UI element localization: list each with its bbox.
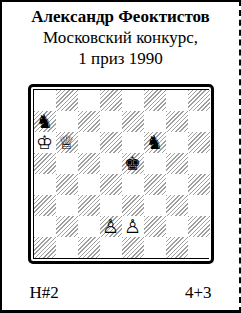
square-h6 — [188, 132, 210, 153]
square-c8 — [78, 90, 100, 111]
white-pawn: ♙ — [102, 216, 119, 237]
square-h4 — [188, 174, 210, 195]
square-f8 — [144, 90, 166, 111]
square-a5 — [34, 153, 56, 174]
black-knight: ♞ — [36, 111, 53, 132]
square-a8 — [34, 90, 56, 111]
square-b7 — [56, 111, 78, 132]
square-e7 — [122, 111, 144, 132]
square-b5 — [56, 153, 78, 174]
black-knight: ♞ — [146, 132, 163, 153]
square-d4 — [100, 174, 122, 195]
square-g7 — [166, 111, 188, 132]
square-d8 — [100, 90, 122, 111]
square-h7 — [188, 111, 210, 132]
square-b2 — [56, 216, 78, 237]
white-queen: ♕ — [58, 132, 75, 153]
square-a7: ♞ — [34, 111, 56, 132]
square-f4 — [144, 174, 166, 195]
square-b6: ♕ — [56, 132, 78, 153]
square-d5 — [100, 153, 122, 174]
material-count: 4+3 — [185, 283, 212, 303]
square-g8 — [166, 90, 188, 111]
square-d2: ♙ — [100, 216, 122, 237]
caption: H#2 4+3 — [30, 283, 212, 303]
author-name: Александр Феоктистов — [2, 6, 239, 27]
board-grid: ♞♔♕♞♚♙♙ — [34, 90, 210, 258]
square-f1 — [144, 237, 166, 258]
square-f3 — [144, 195, 166, 216]
square-c6 — [78, 132, 100, 153]
square-g6 — [166, 132, 188, 153]
square-g2 — [166, 216, 188, 237]
square-e5: ♚ — [122, 153, 144, 174]
square-d3 — [100, 195, 122, 216]
square-c5 — [78, 153, 100, 174]
square-a2 — [34, 216, 56, 237]
square-a4 — [34, 174, 56, 195]
square-e1 — [122, 237, 144, 258]
square-g4 — [166, 174, 188, 195]
square-d7 — [100, 111, 122, 132]
square-e8 — [122, 90, 144, 111]
event-name: Московский конкурс, — [2, 27, 239, 48]
square-b4 — [56, 174, 78, 195]
prize-year: 1 приз 1990 — [2, 48, 239, 69]
square-h3 — [188, 195, 210, 216]
chess-board: ♞♔♕♞♚♙♙ — [28, 84, 214, 264]
square-c3 — [78, 195, 100, 216]
square-h8 — [188, 90, 210, 111]
square-g3 — [166, 195, 188, 216]
square-e3 — [122, 195, 144, 216]
black-king: ♚ — [124, 153, 141, 174]
square-h1 — [188, 237, 210, 258]
square-e6 — [122, 132, 144, 153]
stipulation-label: H#2 — [30, 283, 59, 303]
square-e4 — [122, 174, 144, 195]
square-f5 — [144, 153, 166, 174]
square-e2: ♙ — [122, 216, 144, 237]
square-b8 — [56, 90, 78, 111]
white-pawn: ♙ — [124, 216, 141, 237]
square-a6: ♔ — [34, 132, 56, 153]
white-king: ♔ — [36, 132, 53, 153]
square-c4 — [78, 174, 100, 195]
square-a1 — [34, 237, 56, 258]
square-a3 — [34, 195, 56, 216]
square-g5 — [166, 153, 188, 174]
square-b1 — [56, 237, 78, 258]
problem-card: Александр Феоктистов Московский конкурс,… — [0, 0, 241, 313]
square-d1 — [100, 237, 122, 258]
square-d6 — [100, 132, 122, 153]
board-frame: ♞♔♕♞♚♙♙ — [33, 89, 209, 259]
square-h5 — [188, 153, 210, 174]
square-b3 — [56, 195, 78, 216]
header: Александр Феоктистов Московский конкурс,… — [2, 2, 239, 69]
square-f2 — [144, 216, 166, 237]
square-f7 — [144, 111, 166, 132]
square-c7 — [78, 111, 100, 132]
square-c1 — [78, 237, 100, 258]
square-h2 — [188, 216, 210, 237]
square-g1 — [166, 237, 188, 258]
square-c2 — [78, 216, 100, 237]
square-f6: ♞ — [144, 132, 166, 153]
